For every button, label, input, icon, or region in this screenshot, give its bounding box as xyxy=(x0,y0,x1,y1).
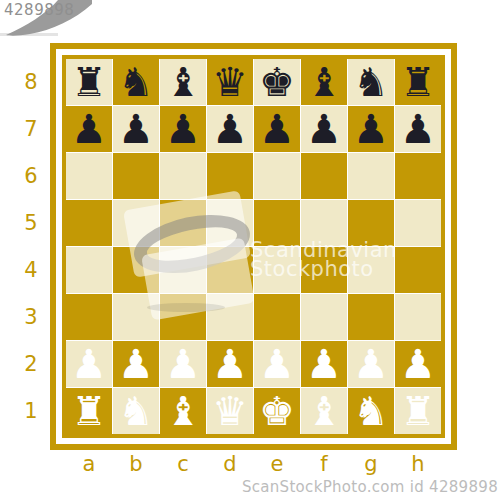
square-f6 xyxy=(301,153,347,199)
square-c4 xyxy=(160,247,206,293)
square-h6 xyxy=(395,153,441,199)
piece-wR-a1: ♜ xyxy=(71,391,107,431)
file-label-c: c xyxy=(160,451,206,477)
piece-wN-g1: ♞ xyxy=(353,391,389,431)
piece-bN-b8: ♞ xyxy=(118,62,154,102)
square-d7: ♟ xyxy=(207,106,253,152)
square-b8: ♞ xyxy=(113,59,159,105)
square-h3 xyxy=(395,294,441,340)
square-h5 xyxy=(395,200,441,246)
square-f8: ♝ xyxy=(301,59,347,105)
piece-wR-h1: ♜ xyxy=(400,391,436,431)
square-e8: ♚ xyxy=(254,59,300,105)
square-a3 xyxy=(66,294,112,340)
piece-wP-a2: ♟ xyxy=(71,344,107,384)
piece-bP-h7: ♟ xyxy=(400,109,436,149)
rank-label-4: 4 xyxy=(18,247,44,294)
square-d5 xyxy=(207,200,253,246)
square-c1: ♝ xyxy=(160,388,206,434)
file-label-h: h xyxy=(395,451,441,477)
corner-watermark: 4289898 xyxy=(0,0,92,38)
square-e4 xyxy=(254,247,300,293)
square-c2: ♟ xyxy=(160,341,206,387)
piece-bK-e8: ♚ xyxy=(259,62,295,102)
bottom-watermark-id: ScanStockPhoto.com id 4289898 xyxy=(242,478,498,496)
chess-board-inner-frame: ♜♞♝♛♚♝♞♜♟♟♟♟♟♟♟♟♟♟♟♟♟♟♟♟♜♞♝♛♚♝♞♜ xyxy=(62,55,445,438)
rank-label-2: 2 xyxy=(18,341,44,388)
square-d4 xyxy=(207,247,253,293)
square-e1: ♚ xyxy=(254,388,300,434)
square-b4 xyxy=(113,247,159,293)
rank-label-7: 7 xyxy=(18,106,44,153)
square-h1: ♜ xyxy=(395,388,441,434)
piece-wP-h2: ♟ xyxy=(400,344,436,384)
piece-bP-a7: ♟ xyxy=(71,109,107,149)
square-c8: ♝ xyxy=(160,59,206,105)
square-e7: ♟ xyxy=(254,106,300,152)
rank-label-5: 5 xyxy=(18,200,44,247)
square-g5 xyxy=(348,200,394,246)
file-label-b: b xyxy=(113,451,159,477)
square-h4 xyxy=(395,247,441,293)
corner-watermark-id: 4289898 xyxy=(4,1,74,19)
square-g7: ♟ xyxy=(348,106,394,152)
square-f7: ♟ xyxy=(301,106,347,152)
piece-bP-d7: ♟ xyxy=(212,109,248,149)
square-a5 xyxy=(66,200,112,246)
square-e6 xyxy=(254,153,300,199)
square-b5 xyxy=(113,200,159,246)
square-c7: ♟ xyxy=(160,106,206,152)
square-b7: ♟ xyxy=(113,106,159,152)
square-e2: ♟ xyxy=(254,341,300,387)
piece-wP-c2: ♟ xyxy=(165,344,201,384)
square-g3 xyxy=(348,294,394,340)
square-h7: ♟ xyxy=(395,106,441,152)
square-c6 xyxy=(160,153,206,199)
file-label-f: f xyxy=(301,451,347,477)
square-d1: ♛ xyxy=(207,388,253,434)
file-label-e: e xyxy=(254,451,300,477)
rank-label-3: 3 xyxy=(18,294,44,341)
square-h2: ♟ xyxy=(395,341,441,387)
piece-bP-g7: ♟ xyxy=(353,109,389,149)
square-f2: ♟ xyxy=(301,341,347,387)
square-g2: ♟ xyxy=(348,341,394,387)
rank-label-1: 1 xyxy=(18,388,44,435)
stock-photo-canvas: 4289898 ♜♞♝♛♚♝♞♜♟♟♟♟♟♟♟♟♟♟♟♟♟♟♟♟♜♞♝♛♚♝♞♜… xyxy=(0,0,500,496)
piece-wP-e2: ♟ xyxy=(259,344,295,384)
square-b6 xyxy=(113,153,159,199)
piece-bR-h8: ♜ xyxy=(400,62,436,102)
square-d6 xyxy=(207,153,253,199)
square-e5 xyxy=(254,200,300,246)
square-a6 xyxy=(66,153,112,199)
rank-label-8: 8 xyxy=(18,59,44,106)
square-a1: ♜ xyxy=(66,388,112,434)
piece-wB-c1: ♝ xyxy=(165,391,201,431)
piece-bP-c7: ♟ xyxy=(165,109,201,149)
square-a2: ♟ xyxy=(66,341,112,387)
piece-wP-f2: ♟ xyxy=(306,344,342,384)
square-a7: ♟ xyxy=(66,106,112,152)
piece-wP-g2: ♟ xyxy=(353,344,389,384)
piece-wP-d2: ♟ xyxy=(212,344,248,384)
chess-board: ♜♞♝♛♚♝♞♜♟♟♟♟♟♟♟♟♟♟♟♟♟♟♟♟♜♞♝♛♚♝♞♜ xyxy=(50,43,457,450)
file-label-g: g xyxy=(348,451,394,477)
file-label-a: a xyxy=(66,451,112,477)
square-b1: ♞ xyxy=(113,388,159,434)
square-g1: ♞ xyxy=(348,388,394,434)
piece-bB-c8: ♝ xyxy=(165,62,201,102)
piece-bR-a8: ♜ xyxy=(71,62,107,102)
square-f3 xyxy=(301,294,347,340)
piece-wK-e1: ♚ xyxy=(259,391,295,431)
piece-wQ-d1: ♛ xyxy=(212,391,248,431)
square-h8: ♜ xyxy=(395,59,441,105)
piece-bP-f7: ♟ xyxy=(306,109,342,149)
square-e3 xyxy=(254,294,300,340)
piece-wB-f1: ♝ xyxy=(306,391,342,431)
piece-bB-f8: ♝ xyxy=(306,62,342,102)
square-f1: ♝ xyxy=(301,388,347,434)
square-c5 xyxy=(160,200,206,246)
piece-wN-b1: ♞ xyxy=(118,391,154,431)
square-f5 xyxy=(301,200,347,246)
piece-bN-g8: ♞ xyxy=(353,62,389,102)
square-f4 xyxy=(301,247,347,293)
file-label-d: d xyxy=(207,451,253,477)
piece-bQ-d8: ♛ xyxy=(212,62,248,102)
piece-bP-e7: ♟ xyxy=(259,109,295,149)
square-b2: ♟ xyxy=(113,341,159,387)
square-d3 xyxy=(207,294,253,340)
square-d2: ♟ xyxy=(207,341,253,387)
square-c3 xyxy=(160,294,206,340)
square-g6 xyxy=(348,153,394,199)
chess-board-grid: ♜♞♝♛♚♝♞♜♟♟♟♟♟♟♟♟♟♟♟♟♟♟♟♟♜♞♝♛♚♝♞♜ xyxy=(66,59,441,434)
square-g4 xyxy=(348,247,394,293)
square-g8: ♞ xyxy=(348,59,394,105)
square-a4 xyxy=(66,247,112,293)
square-d8: ♛ xyxy=(207,59,253,105)
square-a8: ♜ xyxy=(66,59,112,105)
piece-bP-b7: ♟ xyxy=(118,109,154,149)
piece-wP-b2: ♟ xyxy=(118,344,154,384)
square-b3 xyxy=(113,294,159,340)
rank-label-6: 6 xyxy=(18,153,44,200)
